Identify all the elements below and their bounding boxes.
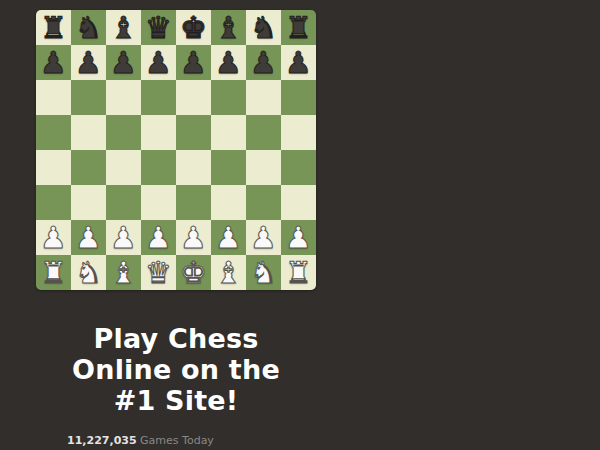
- square-a3[interactable]: [36, 185, 71, 220]
- white-knight-icon[interactable]: ♞: [250, 255, 277, 290]
- white-knight-icon[interactable]: ♞: [75, 255, 102, 290]
- square-b4[interactable]: [71, 150, 106, 185]
- black-rook-icon[interactable]: ♜: [40, 10, 67, 45]
- square-c6[interactable]: [106, 80, 141, 115]
- square-g4[interactable]: [246, 150, 281, 185]
- square-f2[interactable]: ♟: [211, 220, 246, 255]
- black-pawn-icon[interactable]: ♟: [285, 45, 312, 80]
- chess-board[interactable]: ♜♞♝♛♚♝♞♜♟♟♟♟♟♟♟♟♟♟♟♟♟♟♟♟♜♞♝♛♚♝♞♜: [36, 10, 316, 290]
- square-f6[interactable]: [211, 80, 246, 115]
- square-e4[interactable]: [176, 150, 211, 185]
- square-h4[interactable]: [281, 150, 316, 185]
- page-background: ♜♞♝♛♚♝♞♜♟♟♟♟♟♟♟♟♟♟♟♟♟♟♟♟♜♞♝♛♚♝♞♜ Play Ch…: [0, 0, 600, 450]
- square-h3[interactable]: [281, 185, 316, 220]
- square-e3[interactable]: [176, 185, 211, 220]
- square-e2[interactable]: ♟: [176, 220, 211, 255]
- square-b3[interactable]: [71, 185, 106, 220]
- black-pawn-icon[interactable]: ♟: [250, 45, 277, 80]
- square-h1[interactable]: ♜: [281, 255, 316, 290]
- square-h2[interactable]: ♟: [281, 220, 316, 255]
- square-a8[interactable]: ♜: [36, 10, 71, 45]
- square-h6[interactable]: [281, 80, 316, 115]
- white-rook-icon[interactable]: ♜: [40, 255, 67, 290]
- square-g8[interactable]: ♞: [246, 10, 281, 45]
- white-queen-icon[interactable]: ♛: [145, 255, 172, 290]
- square-a5[interactable]: [36, 115, 71, 150]
- square-c5[interactable]: [106, 115, 141, 150]
- white-king-icon[interactable]: ♚: [180, 255, 207, 290]
- black-knight-icon[interactable]: ♞: [250, 10, 277, 45]
- square-g6[interactable]: [246, 80, 281, 115]
- square-h8[interactable]: ♜: [281, 10, 316, 45]
- square-f7[interactable]: ♟: [211, 45, 246, 80]
- black-queen-icon[interactable]: ♛: [145, 10, 172, 45]
- black-pawn-icon[interactable]: ♟: [40, 45, 67, 80]
- hero-title-line-3: #1 Site!: [0, 385, 352, 416]
- square-d7[interactable]: ♟: [141, 45, 176, 80]
- square-a1[interactable]: ♜: [36, 255, 71, 290]
- square-c1[interactable]: ♝: [106, 255, 141, 290]
- square-c3[interactable]: [106, 185, 141, 220]
- games-today-stat: 11,227,035 Games Today: [67, 434, 214, 448]
- square-b6[interactable]: [71, 80, 106, 115]
- square-e1[interactable]: ♚: [176, 255, 211, 290]
- white-bishop-icon[interactable]: ♝: [215, 255, 242, 290]
- hero-title: Play Chess Online on the #1 Site!: [0, 323, 352, 416]
- square-f5[interactable]: [211, 115, 246, 150]
- square-f1[interactable]: ♝: [211, 255, 246, 290]
- square-e7[interactable]: ♟: [176, 45, 211, 80]
- square-b8[interactable]: ♞: [71, 10, 106, 45]
- white-pawn-icon[interactable]: ♟: [250, 220, 277, 255]
- black-pawn-icon[interactable]: ♟: [180, 45, 207, 80]
- square-e6[interactable]: [176, 80, 211, 115]
- black-pawn-icon[interactable]: ♟: [75, 45, 102, 80]
- square-h7[interactable]: ♟: [281, 45, 316, 80]
- square-b2[interactable]: ♟: [71, 220, 106, 255]
- black-king-icon[interactable]: ♚: [180, 10, 207, 45]
- games-today-count: 11,227,035: [67, 434, 137, 447]
- square-f8[interactable]: ♝: [211, 10, 246, 45]
- square-g1[interactable]: ♞: [246, 255, 281, 290]
- square-g3[interactable]: [246, 185, 281, 220]
- square-c7[interactable]: ♟: [106, 45, 141, 80]
- black-bishop-icon[interactable]: ♝: [110, 10, 137, 45]
- white-pawn-icon[interactable]: ♟: [110, 220, 137, 255]
- white-pawn-icon[interactable]: ♟: [285, 220, 312, 255]
- white-pawn-icon[interactable]: ♟: [75, 220, 102, 255]
- square-c4[interactable]: [106, 150, 141, 185]
- white-pawn-icon[interactable]: ♟: [180, 220, 207, 255]
- square-d3[interactable]: [141, 185, 176, 220]
- black-pawn-icon[interactable]: ♟: [110, 45, 137, 80]
- square-a7[interactable]: ♟: [36, 45, 71, 80]
- square-d1[interactable]: ♛: [141, 255, 176, 290]
- square-d4[interactable]: [141, 150, 176, 185]
- square-a6[interactable]: [36, 80, 71, 115]
- black-rook-icon[interactable]: ♜: [285, 10, 312, 45]
- square-a2[interactable]: ♟: [36, 220, 71, 255]
- square-d8[interactable]: ♛: [141, 10, 176, 45]
- square-h5[interactable]: [281, 115, 316, 150]
- square-g7[interactable]: ♟: [246, 45, 281, 80]
- black-pawn-icon[interactable]: ♟: [145, 45, 172, 80]
- white-pawn-icon[interactable]: ♟: [215, 220, 242, 255]
- square-d6[interactable]: [141, 80, 176, 115]
- square-f4[interactable]: [211, 150, 246, 185]
- square-b7[interactable]: ♟: [71, 45, 106, 80]
- square-a4[interactable]: [36, 150, 71, 185]
- square-f3[interactable]: [211, 185, 246, 220]
- square-c8[interactable]: ♝: [106, 10, 141, 45]
- square-d5[interactable]: [141, 115, 176, 150]
- square-g5[interactable]: [246, 115, 281, 150]
- white-bishop-icon[interactable]: ♝: [110, 255, 137, 290]
- black-knight-icon[interactable]: ♞: [75, 10, 102, 45]
- hero-title-line-2: Online on the: [0, 354, 352, 385]
- games-today-label: Games Today: [140, 434, 214, 447]
- square-c2[interactable]: ♟: [106, 220, 141, 255]
- black-pawn-icon[interactable]: ♟: [215, 45, 242, 80]
- white-pawn-icon[interactable]: ♟: [145, 220, 172, 255]
- square-b5[interactable]: [71, 115, 106, 150]
- white-rook-icon[interactable]: ♜: [285, 255, 312, 290]
- square-d2[interactable]: ♟: [141, 220, 176, 255]
- hero-title-line-1: Play Chess: [0, 323, 352, 354]
- square-e8[interactable]: ♚: [176, 10, 211, 45]
- square-b1[interactable]: ♞: [71, 255, 106, 290]
- square-e5[interactable]: [176, 115, 211, 150]
- black-bishop-icon[interactable]: ♝: [215, 10, 242, 45]
- white-pawn-icon[interactable]: ♟: [40, 220, 67, 255]
- square-g2[interactable]: ♟: [246, 220, 281, 255]
